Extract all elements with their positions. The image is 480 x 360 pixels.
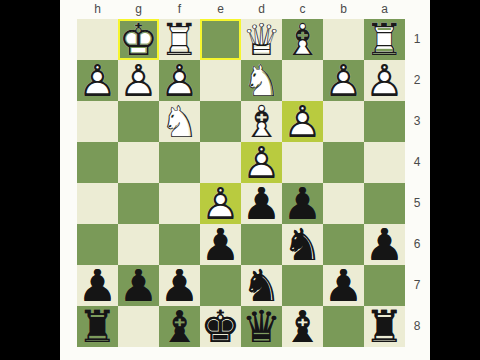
square-g7[interactable]: ♟♟ [118,265,159,306]
rank-label-4: 4 [405,142,429,183]
square-b3[interactable] [323,101,364,142]
square-d7[interactable]: ♞♞ [241,265,282,306]
white-knight-f3[interactable]: ♞♘ [159,101,200,142]
white-bishop-c1[interactable]: ♝♗ [282,19,323,60]
file-label-c: c [282,1,323,18]
square-b5[interactable] [323,183,364,224]
square-h4[interactable] [77,142,118,183]
square-d8[interactable]: ♛♛ [241,306,282,347]
square-g1[interactable]: ♚♔ [118,19,159,60]
square-g4[interactable] [118,142,159,183]
square-a2[interactable]: ♟♙ [364,60,405,101]
square-g2[interactable]: ♟♙ [118,60,159,101]
white-pawn-e5[interactable]: ♟♙ [200,183,241,224]
square-a8[interactable]: ♜♜ [364,306,405,347]
file-label-b: b [323,1,364,18]
black-knight-c6[interactable]: ♞♞ [282,224,323,265]
square-a4[interactable] [364,142,405,183]
rank-label-8: 8 [405,306,429,347]
square-b6[interactable] [323,224,364,265]
square-b1[interactable] [323,19,364,60]
rank-label-1: 1 [405,19,429,60]
black-rook-a8[interactable]: ♜♜ [364,306,405,347]
white-pawn-c3[interactable]: ♟♙ [282,101,323,142]
file-label-a: a [364,1,405,18]
square-d2[interactable]: ♞♘ [241,60,282,101]
square-g3[interactable] [118,101,159,142]
square-b2[interactable]: ♟♙ [323,60,364,101]
square-a6[interactable]: ♟♟ [364,224,405,265]
square-d3[interactable]: ♝♗ [241,101,282,142]
square-g8[interactable] [118,306,159,347]
square-b8[interactable] [323,306,364,347]
square-f8[interactable]: ♝♝ [159,306,200,347]
white-king-g1[interactable]: ♚♔ [118,19,159,60]
square-c6[interactable]: ♞♞ [282,224,323,265]
square-c8[interactable]: ♝♝ [282,306,323,347]
white-queen-d1[interactable]: ♛♕ [241,19,282,60]
black-king-e8[interactable]: ♚♚ [200,306,241,347]
letterbox-left [0,0,60,360]
square-c4[interactable] [282,142,323,183]
white-pawn-a2[interactable]: ♟♙ [364,60,405,101]
square-f3[interactable]: ♞♘ [159,101,200,142]
square-d5[interactable]: ♟♟ [241,183,282,224]
square-a5[interactable] [364,183,405,224]
square-e8[interactable]: ♚♚ [200,306,241,347]
square-a7[interactable] [364,265,405,306]
file-label-h: h [77,1,118,18]
square-c2[interactable] [282,60,323,101]
black-pawn-c5[interactable]: ♟♟ [282,183,323,224]
white-pawn-d4[interactable]: ♟♙ [241,142,282,183]
square-e2[interactable] [200,60,241,101]
square-c5[interactable]: ♟♟ [282,183,323,224]
white-pawn-b2[interactable]: ♟♙ [323,60,364,101]
square-e7[interactable] [200,265,241,306]
black-bishop-f8[interactable]: ♝♝ [159,306,200,347]
square-f1[interactable]: ♜♖ [159,19,200,60]
square-h1[interactable] [77,19,118,60]
black-queen-d8[interactable]: ♛♛ [241,306,282,347]
rank-label-3: 3 [405,101,429,142]
square-e1[interactable] [200,19,241,60]
black-pawn-g7[interactable]: ♟♟ [118,265,159,306]
rank-label-2: 2 [405,60,429,101]
black-pawn-f7[interactable]: ♟♟ [159,265,200,306]
square-h7[interactable]: ♟♟ [77,265,118,306]
square-e4[interactable] [200,142,241,183]
square-e3[interactable] [200,101,241,142]
rank-label-5: 5 [405,183,429,224]
chessboard: ♚♔♜♖♛♕♝♗♜♖♟♙♟♙♟♙♞♘♟♙♟♙♞♘♝♗♟♙♟♙♟♙♟♟♟♟♟♟♞♞… [77,19,405,347]
square-a3[interactable] [364,101,405,142]
white-pawn-h2[interactable]: ♟♙ [77,60,118,101]
square-b7[interactable]: ♟♟ [323,265,364,306]
square-h2[interactable]: ♟♙ [77,60,118,101]
rank-label-7: 7 [405,265,429,306]
square-h5[interactable] [77,183,118,224]
black-pawn-h7[interactable]: ♟♟ [77,265,118,306]
file-label-e: e [200,1,241,18]
white-rook-a1[interactable]: ♜♖ [364,19,405,60]
square-c3[interactable]: ♟♙ [282,101,323,142]
file-label-f: f [159,1,200,18]
square-f5[interactable] [159,183,200,224]
square-d6[interactable] [241,224,282,265]
white-rook-f1[interactable]: ♜♖ [159,19,200,60]
square-h3[interactable] [77,101,118,142]
square-h8[interactable]: ♜♜ [77,306,118,347]
white-pawn-f2[interactable]: ♟♙ [159,60,200,101]
square-b4[interactable] [323,142,364,183]
file-label-g: g [118,1,159,18]
black-knight-d7[interactable]: ♞♞ [241,265,282,306]
black-rook-h8[interactable]: ♜♜ [77,306,118,347]
letterbox-right [430,0,480,360]
square-f4[interactable] [159,142,200,183]
square-d1[interactable]: ♛♕ [241,19,282,60]
square-f6[interactable] [159,224,200,265]
black-pawn-b7[interactable]: ♟♟ [323,265,364,306]
letterboxed-frame: hgfedcba 12345678 ♚♔♜♖♛♕♝♗♜♖♟♙♟♙♟♙♞♘♟♙♟♙… [0,0,480,360]
white-pawn-g2[interactable]: ♟♙ [118,60,159,101]
black-bishop-c8[interactable]: ♝♝ [282,306,323,347]
file-label-d: d [241,1,282,18]
square-g5[interactable] [118,183,159,224]
square-e5[interactable]: ♟♙ [200,183,241,224]
rank-label-6: 6 [405,224,429,265]
square-a1[interactable]: ♜♖ [364,19,405,60]
black-pawn-e6[interactable]: ♟♟ [200,224,241,265]
square-d4[interactable]: ♟♙ [241,142,282,183]
square-c1[interactable]: ♝♗ [282,19,323,60]
square-e6[interactable]: ♟♟ [200,224,241,265]
square-g6[interactable] [118,224,159,265]
white-knight-d2[interactable]: ♞♘ [241,60,282,101]
black-pawn-a6[interactable]: ♟♟ [364,224,405,265]
white-bishop-d3[interactable]: ♝♗ [241,101,282,142]
square-f7[interactable]: ♟♟ [159,265,200,306]
black-pawn-d5[interactable]: ♟♟ [241,183,282,224]
square-c7[interactable] [282,265,323,306]
square-f2[interactable]: ♟♙ [159,60,200,101]
square-h6[interactable] [77,224,118,265]
